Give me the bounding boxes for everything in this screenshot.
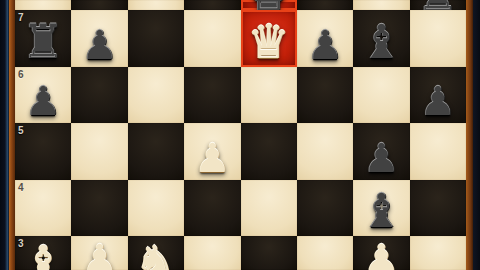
square-d8[interactable]: [184, 0, 240, 10]
square-f5[interactable]: [297, 123, 353, 180]
square-f3[interactable]: [297, 236, 353, 270]
chess-app-screen: ♚♜7♜♟♛♟♝6♟♟5♟♟4♝3♝♟♞♟: [0, 0, 480, 270]
square-e5[interactable]: [241, 123, 297, 180]
outer-edge-right: [473, 0, 480, 270]
black-rook-h8[interactable]: ♜: [417, 0, 459, 10]
square-f6[interactable]: [297, 67, 353, 124]
rank-label-3: 3: [18, 238, 24, 249]
square-a5[interactable]: 5: [15, 123, 71, 180]
white-pawn-g3[interactable]: ♟: [364, 239, 400, 270]
square-h6[interactable]: ♟: [410, 67, 466, 124]
square-a6[interactable]: 6♟: [15, 67, 71, 124]
square-d5[interactable]: ♟: [184, 123, 240, 180]
square-h3[interactable]: [410, 236, 466, 270]
square-g7[interactable]: ♝: [353, 10, 409, 67]
square-g4[interactable]: ♝: [353, 180, 409, 237]
black-pawn-a6[interactable]: ♟: [25, 81, 61, 123]
outer-edge-left: [0, 0, 9, 270]
square-g6[interactable]: [353, 67, 409, 124]
square-d3[interactable]: [184, 236, 240, 270]
square-e4[interactable]: [241, 180, 297, 237]
black-rook-a7[interactable]: ♜: [22, 18, 64, 67]
rank-label-4: 4: [18, 182, 24, 193]
square-a8[interactable]: [15, 0, 71, 10]
black-bishop-g4[interactable]: ♝: [360, 187, 402, 236]
rank-label-6: 6: [18, 69, 24, 80]
square-h8[interactable]: ♜: [410, 0, 466, 10]
square-d6[interactable]: [184, 67, 240, 124]
square-b4[interactable]: [71, 180, 127, 237]
square-f8[interactable]: [297, 0, 353, 10]
white-knight-c3[interactable]: ♞: [135, 239, 177, 270]
square-c6[interactable]: [128, 67, 184, 124]
square-e3[interactable]: [241, 236, 297, 270]
black-pawn-f7[interactable]: ♟: [307, 25, 343, 67]
rank-label-7: 7: [18, 12, 24, 23]
white-bishop-a3[interactable]: ♝: [22, 239, 64, 270]
square-h5[interactable]: [410, 123, 466, 180]
white-pawn-b3[interactable]: ♟: [82, 239, 118, 270]
square-g5[interactable]: ♟: [353, 123, 409, 180]
board-frame-right: [466, 0, 473, 270]
square-h7[interactable]: [410, 10, 466, 67]
square-a3[interactable]: 3♝: [15, 236, 71, 270]
black-king-e8[interactable]: ♚: [248, 0, 290, 10]
square-d4[interactable]: [184, 180, 240, 237]
square-g8[interactable]: [353, 0, 409, 10]
square-b5[interactable]: [71, 123, 127, 180]
black-pawn-h6[interactable]: ♟: [420, 81, 456, 123]
black-bishop-g7[interactable]: ♝: [360, 18, 402, 67]
black-pawn-g5[interactable]: ♟: [364, 138, 400, 180]
black-pawn-b7[interactable]: ♟: [82, 25, 118, 67]
rank-label-5: 5: [18, 125, 24, 136]
square-d7[interactable]: [184, 10, 240, 67]
square-c5[interactable]: [128, 123, 184, 180]
square-c4[interactable]: [128, 180, 184, 237]
square-b7[interactable]: ♟: [71, 10, 127, 67]
square-e6[interactable]: [241, 67, 297, 124]
square-e8[interactable]: ♚: [241, 0, 297, 10]
square-a4[interactable]: 4: [15, 180, 71, 237]
square-c7[interactable]: [128, 10, 184, 67]
square-e7[interactable]: ♛: [241, 10, 297, 67]
square-h4[interactable]: [410, 180, 466, 237]
square-g3[interactable]: ♟: [353, 236, 409, 270]
square-b8[interactable]: [71, 0, 127, 10]
white-queen-e7[interactable]: ♛: [248, 18, 290, 67]
square-c8[interactable]: [128, 0, 184, 10]
square-a7[interactable]: 7♜: [15, 10, 71, 67]
square-c3[interactable]: ♞: [128, 236, 184, 270]
square-b3[interactable]: ♟: [71, 236, 127, 270]
square-f4[interactable]: [297, 180, 353, 237]
chess-board: ♚♜7♜♟♛♟♝6♟♟5♟♟4♝3♝♟♞♟: [15, 0, 466, 270]
square-b6[interactable]: [71, 67, 127, 124]
square-f7[interactable]: ♟: [297, 10, 353, 67]
white-pawn-d5[interactable]: ♟: [194, 138, 230, 180]
